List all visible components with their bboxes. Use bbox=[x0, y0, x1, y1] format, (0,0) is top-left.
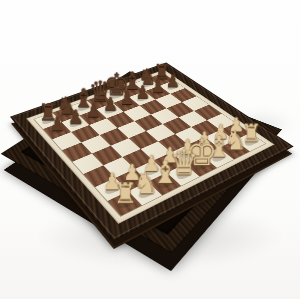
chess-board: ♜♞♝♛♚♝♞♜♟♟♟♟♟♟♟♟♟♟♟♟♟♟♟♟♜♞♝♛♚♝♞♜ bbox=[10, 62, 294, 241]
piece-glyph: ♟ bbox=[85, 101, 101, 120]
chess-set-photo: ♜♞♝♛♚♝♞♜♟♟♟♟♟♟♟♟♟♟♟♟♟♟♟♟♜♞♝♛♚♝♞♜ bbox=[0, 0, 300, 299]
piece-glyph: ♟ bbox=[119, 89, 134, 107]
piece-glyph: ♟ bbox=[49, 114, 65, 133]
piece-glyph: ♟ bbox=[165, 72, 179, 89]
piece-glyph: ♜ bbox=[113, 180, 136, 208]
piece-glyph: ♟ bbox=[102, 95, 117, 113]
piece-glyph: ♟ bbox=[135, 83, 150, 101]
piece-glyph: ♟ bbox=[150, 78, 165, 95]
piece-glyph: ♟ bbox=[67, 107, 83, 126]
